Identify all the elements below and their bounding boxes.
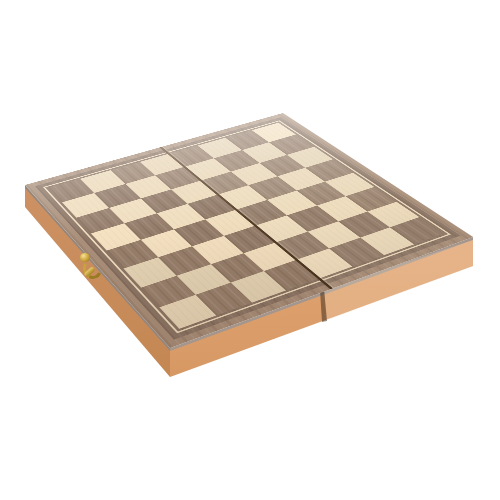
light-sheen [25, 113, 473, 348]
chessboard-photo [0, 0, 500, 500]
brass-clasp[interactable] [74, 250, 102, 282]
board-top-face [25, 113, 473, 348]
